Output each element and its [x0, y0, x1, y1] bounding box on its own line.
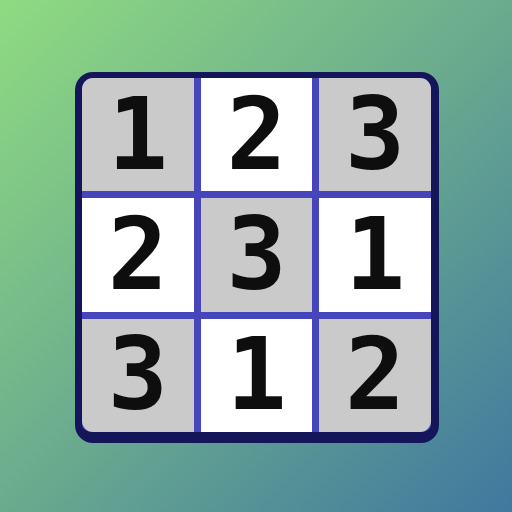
cell-r1-c1[interactable]: 1 — [82, 78, 194, 191]
cell-r1-c3[interactable]: 3 — [319, 78, 431, 191]
puzzle-board: 1 2 3 2 3 1 3 1 2 — [75, 72, 439, 443]
cell-r2-c2[interactable]: 3 — [201, 198, 313, 311]
cell-r2-c1[interactable]: 2 — [82, 198, 194, 311]
cell-r2-c3[interactable]: 1 — [319, 198, 431, 311]
cell-r1-c2[interactable]: 2 — [201, 78, 313, 191]
cell-r3-c1[interactable]: 3 — [82, 319, 194, 432]
cell-r3-c2[interactable]: 1 — [201, 319, 313, 432]
cell-r3-c3[interactable]: 2 — [319, 319, 431, 432]
